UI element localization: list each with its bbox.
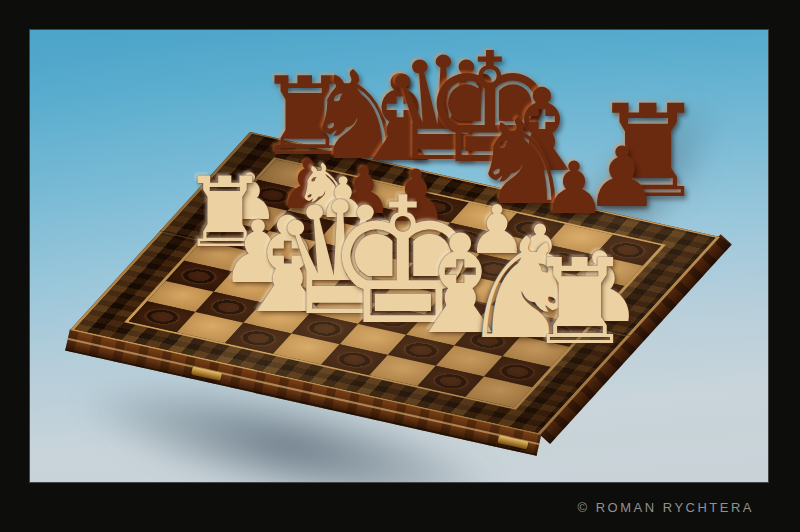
copyright-text: © ROMAN RYCHTERA: [578, 500, 754, 515]
photo-frame: ♜♞♝♛♚♝♜♞♟♟♟♟♞♟♟♟♜♟♟♟♝♛♟♚♝♞♜ © ROMAN RYCH…: [0, 0, 800, 532]
piece-black-queen: ♛: [379, 38, 507, 181]
piece-black-king: ♚: [422, 33, 558, 185]
piece-black-bishop: ♝: [491, 74, 593, 188]
brass-hinge: [497, 435, 528, 449]
brass-hinge: [191, 367, 222, 381]
chess-board: [70, 132, 720, 435]
photo: ♜♞♝♛♚♝♜♞♟♟♟♟♞♟♟♟♜♟♟♟♝♛♟♚♝♞♜: [30, 30, 768, 482]
piece-black-pawn: ♟: [585, 136, 659, 219]
piece-black-rook: ♜: [591, 88, 706, 216]
